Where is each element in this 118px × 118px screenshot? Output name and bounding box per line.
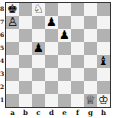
square-e6[interactable]: ♟ — [58, 29, 71, 42]
square-e8[interactable] — [58, 3, 71, 16]
square-h7[interactable] — [97, 16, 110, 29]
square-f4[interactable] — [71, 55, 84, 68]
square-c4[interactable] — [32, 55, 45, 68]
file-label-g: g — [84, 108, 97, 117]
file-label-h: h — [97, 108, 110, 117]
square-f6[interactable] — [71, 29, 84, 42]
square-g1[interactable]: ♕ — [84, 94, 97, 107]
square-f5[interactable] — [71, 42, 84, 55]
square-g3[interactable] — [84, 68, 97, 81]
square-h6[interactable] — [97, 29, 110, 42]
square-f8[interactable] — [71, 3, 84, 16]
square-c2[interactable] — [32, 81, 45, 94]
square-c7[interactable] — [32, 16, 45, 29]
square-d3[interactable] — [45, 68, 58, 81]
chess-diagram: 87654321 ♚♘♙♟♟♟♝♕♔ abcdefgh — [0, 0, 118, 118]
square-d2[interactable] — [45, 81, 58, 94]
square-d1[interactable] — [45, 94, 58, 107]
square-h4[interactable]: ♝ — [97, 55, 110, 68]
square-e3[interactable] — [58, 68, 71, 81]
square-g5[interactable] — [84, 42, 97, 55]
file-label-b: b — [19, 108, 32, 117]
square-d6[interactable] — [45, 29, 58, 42]
square-f2[interactable] — [71, 81, 84, 94]
square-b6[interactable] — [19, 29, 32, 42]
square-b3[interactable] — [19, 68, 32, 81]
white-pawn[interactable]: ♙ — [6, 16, 19, 29]
square-a6[interactable] — [6, 29, 19, 42]
square-d4[interactable] — [45, 55, 58, 68]
square-c8[interactable]: ♘ — [32, 3, 45, 16]
black-pawn[interactable]: ♟ — [32, 42, 45, 55]
square-d7[interactable]: ♟ — [45, 16, 58, 29]
square-b2[interactable] — [19, 81, 32, 94]
square-a1[interactable] — [6, 94, 19, 107]
white-queen[interactable]: ♕ — [84, 94, 97, 107]
square-a2[interactable] — [6, 81, 19, 94]
square-g8[interactable] — [84, 3, 97, 16]
square-h3[interactable] — [97, 68, 110, 81]
square-a3[interactable] — [6, 68, 19, 81]
square-a7[interactable]: ♙ — [6, 16, 19, 29]
square-d5[interactable] — [45, 42, 58, 55]
square-g7[interactable] — [84, 16, 97, 29]
square-f7[interactable] — [71, 16, 84, 29]
black-pawn[interactable]: ♟ — [45, 16, 58, 29]
white-king[interactable]: ♔ — [97, 94, 110, 107]
square-b5[interactable] — [19, 42, 32, 55]
square-g6[interactable] — [84, 29, 97, 42]
black-pawn[interactable]: ♟ — [58, 29, 71, 42]
square-b7[interactable] — [19, 16, 32, 29]
square-b1[interactable] — [19, 94, 32, 107]
file-label-c: c — [32, 108, 45, 117]
file-label-a: a — [6, 108, 19, 117]
square-b8[interactable] — [19, 3, 32, 16]
chess-board: ♚♘♙♟♟♟♝♕♔ — [5, 2, 111, 108]
square-e5[interactable] — [58, 42, 71, 55]
square-b4[interactable] — [19, 55, 32, 68]
file-label-e: e — [58, 108, 71, 117]
square-a4[interactable] — [6, 55, 19, 68]
square-e2[interactable] — [58, 81, 71, 94]
square-c1[interactable] — [32, 94, 45, 107]
white-knight[interactable]: ♘ — [32, 3, 45, 16]
square-e1[interactable] — [58, 94, 71, 107]
square-f3[interactable] — [71, 68, 84, 81]
black-bishop[interactable]: ♝ — [97, 55, 110, 68]
square-e4[interactable] — [58, 55, 71, 68]
square-c5[interactable]: ♟ — [32, 42, 45, 55]
square-g4[interactable] — [84, 55, 97, 68]
square-c3[interactable] — [32, 68, 45, 81]
square-a5[interactable] — [6, 42, 19, 55]
file-labels: abcdefgh — [6, 108, 110, 117]
square-h8[interactable] — [97, 3, 110, 16]
file-label-f: f — [71, 108, 84, 117]
file-label-d: d — [45, 108, 58, 117]
square-f1[interactable] — [71, 94, 84, 107]
square-h1[interactable]: ♔ — [97, 94, 110, 107]
